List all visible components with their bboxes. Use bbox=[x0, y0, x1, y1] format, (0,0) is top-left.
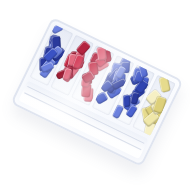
plastic-organizer-box bbox=[10, 17, 183, 167]
blue-connector-piece bbox=[51, 25, 64, 35]
blue-connector-piece bbox=[123, 95, 130, 107]
yellow-connector-piece bbox=[159, 76, 171, 93]
blue-connector-piece bbox=[112, 104, 124, 119]
product-photo bbox=[0, 0, 190, 190]
red-connector-piece bbox=[96, 47, 107, 61]
